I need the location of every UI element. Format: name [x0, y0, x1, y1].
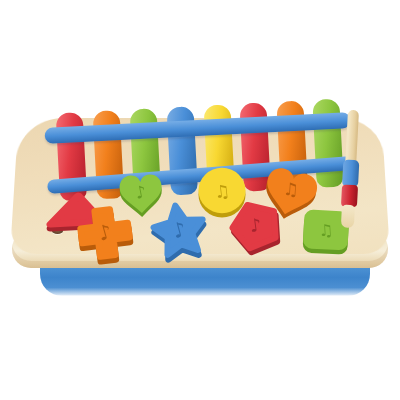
shape-cross-orange: ♪	[71, 199, 140, 266]
product-photo: ♪ ♫ ♫ ♪ ♪	[0, 0, 400, 400]
shape-star-blue: ♪	[144, 194, 215, 265]
beamed-notes-icon: ♫	[213, 181, 231, 202]
beamed-notes-icon: ♫	[318, 221, 334, 240]
beamed-notes-icon: ♫	[282, 179, 299, 200]
mallet-tip	[341, 205, 355, 229]
mallet-band-blue	[342, 160, 359, 188]
mallet-band-red	[341, 184, 358, 207]
